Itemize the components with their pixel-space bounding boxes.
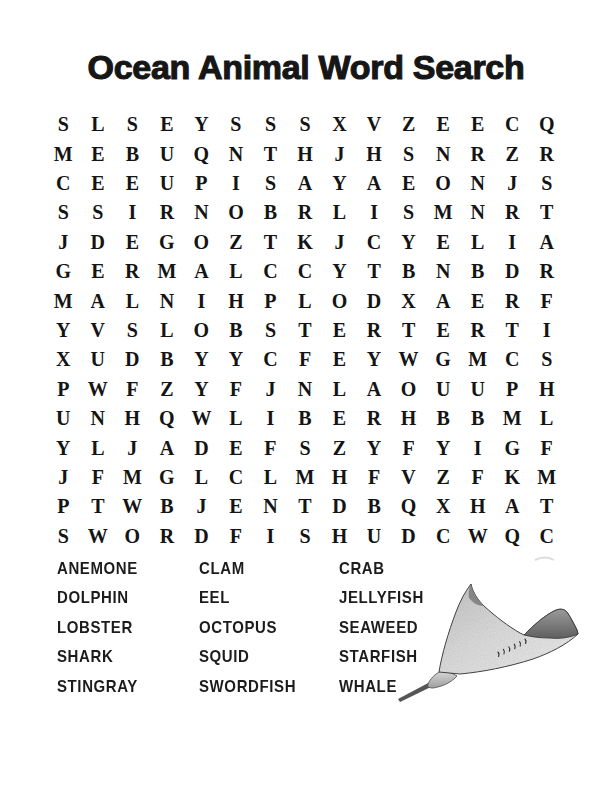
grid-cell[interactable]: T [253, 139, 288, 168]
grid-cell[interactable]: W [460, 522, 495, 551]
grid-cell[interactable]: M [150, 257, 185, 286]
grid-cell[interactable]: C [219, 463, 254, 492]
grid-cell[interactable]: J [184, 492, 219, 521]
grid-cell[interactable]: C [529, 522, 564, 551]
word-list-item: ANEMONE [57, 552, 199, 584]
grid-cell[interactable]: N [253, 492, 288, 521]
grid-cell[interactable]: A [426, 286, 461, 315]
grid-cell[interactable]: O [426, 169, 461, 198]
grid-cell[interactable]: S [529, 169, 564, 198]
grid-cell[interactable]: I [253, 522, 288, 551]
grid-cell[interactable]: I [495, 228, 530, 257]
page-title: Ocean Animal Word Search [0, 48, 612, 87]
grid-cell[interactable]: N [460, 198, 495, 227]
grid-cell[interactable]: V [357, 110, 392, 139]
grid-cell[interactable]: R [495, 198, 530, 227]
grid-cell[interactable]: F [460, 463, 495, 492]
grid-cell[interactable]: T [357, 257, 392, 286]
grid-cell[interactable]: S [288, 110, 323, 139]
grid-cell[interactable]: F [253, 433, 288, 462]
grid-cell[interactable]: Z [322, 433, 357, 462]
grid-cell[interactable]: H [115, 404, 150, 433]
grid-cell[interactable]: T [391, 316, 426, 345]
grid-cell[interactable]: P [46, 492, 81, 521]
grid-cell[interactable]: A [495, 492, 530, 521]
grid-cell[interactable]: R [357, 404, 392, 433]
grid-cell[interactable]: Y [357, 433, 392, 462]
grid-cell[interactable]: O [184, 316, 219, 345]
grid-cell[interactable]: Y [184, 110, 219, 139]
grid-cell[interactable]: A [150, 433, 185, 462]
grid-cell[interactable]: S [115, 110, 150, 139]
grid-cell[interactable]: J [46, 228, 81, 257]
grid-cell[interactable]: D [357, 286, 392, 315]
grid-cell[interactable]: E [426, 110, 461, 139]
grid-cell[interactable]: J [115, 433, 150, 462]
grid-cell[interactable]: H [357, 139, 392, 168]
grid-cell[interactable]: N [150, 286, 185, 315]
grid-cell[interactable]: W [184, 404, 219, 433]
grid-cell[interactable]: W [81, 375, 116, 404]
grid-cell[interactable]: B [115, 139, 150, 168]
grid-cell[interactable]: E [322, 345, 357, 374]
grid-cell[interactable]: O [391, 375, 426, 404]
grid-cell[interactable]: L [253, 463, 288, 492]
grid-cell[interactable]: E [426, 228, 461, 257]
grid-cell[interactable]: E [115, 228, 150, 257]
grid-cell[interactable]: L [322, 198, 357, 227]
grid-cell[interactable]: Z [391, 110, 426, 139]
grid-cell[interactable]: U [46, 404, 81, 433]
grid-cell[interactable]: Y [184, 375, 219, 404]
grid-cell[interactable]: Z [426, 463, 461, 492]
grid-cell[interactable]: O [115, 522, 150, 551]
grid-cell[interactable]: N [184, 198, 219, 227]
grid-cell[interactable]: D [391, 522, 426, 551]
grid-cell[interactable]: Y [322, 257, 357, 286]
grid-cell[interactable]: N [288, 375, 323, 404]
grid-cell[interactable]: L [219, 257, 254, 286]
grid-cell[interactable]: L [115, 286, 150, 315]
grid-cell[interactable]: B [219, 316, 254, 345]
grid-cell[interactable]: Z [219, 228, 254, 257]
grid-cell[interactable]: U [150, 169, 185, 198]
grid-cell[interactable]: I [529, 316, 564, 345]
grid-cell[interactable]: B [391, 257, 426, 286]
stipple-texture [385, 555, 612, 725]
grid-cell[interactable]: Q [391, 492, 426, 521]
grid-cell[interactable]: D [81, 228, 116, 257]
grid-cell[interactable]: I [253, 404, 288, 433]
grid-cell[interactable]: G [46, 257, 81, 286]
grid-cell[interactable]: S [115, 316, 150, 345]
grid-cell[interactable]: I [460, 433, 495, 462]
word-list-item: OCTOPUS [199, 610, 339, 642]
grid-cell[interactable]: C [46, 169, 81, 198]
grid-cell[interactable]: R [357, 316, 392, 345]
grid-cell[interactable]: S [391, 198, 426, 227]
grid-cell[interactable]: G [495, 433, 530, 462]
grid-cell[interactable]: Y [391, 228, 426, 257]
grid-cell[interactable]: Q [495, 522, 530, 551]
grid-cell[interactable]: E [81, 257, 116, 286]
grid-cell[interactable]: B [357, 492, 392, 521]
grid-cell[interactable]: F [529, 433, 564, 462]
worksheet-page: Ocean Animal Word Search SLSEYSSSXVZEECQ… [0, 0, 612, 792]
grid-cell[interactable]: B [460, 257, 495, 286]
grid-cell[interactable]: I [357, 198, 392, 227]
grid-cell[interactable]: J [495, 169, 530, 198]
grid-cell[interactable]: L [184, 463, 219, 492]
grid-cell[interactable]: H [322, 463, 357, 492]
grid-cell[interactable]: P [495, 375, 530, 404]
grid-cell[interactable]: Q [150, 404, 185, 433]
grid-cell[interactable]: D [495, 257, 530, 286]
grid-cell[interactable]: B [253, 198, 288, 227]
grid-cell[interactable]: X [46, 345, 81, 374]
grid-cell[interactable]: C [253, 345, 288, 374]
grid-cell[interactable]: T [288, 316, 323, 345]
grid-cell[interactable]: C [495, 345, 530, 374]
grid-cell[interactable]: H [288, 139, 323, 168]
grid-cell[interactable]: P [184, 169, 219, 198]
grid-cell[interactable]: I [115, 198, 150, 227]
grid-cell[interactable]: D [115, 345, 150, 374]
word-list-item: SHARK [57, 640, 199, 672]
grid-cell[interactable]: M [495, 404, 530, 433]
grid-cell[interactable]: B [426, 404, 461, 433]
word-list-item: SWORDFISH [199, 669, 339, 701]
grid-cell[interactable]: Q [529, 110, 564, 139]
grid-cell[interactable]: T [81, 492, 116, 521]
grid-cell[interactable]: G [426, 345, 461, 374]
grid-cell[interactable]: W [391, 345, 426, 374]
grid-cell[interactable]: R [460, 316, 495, 345]
grid-cell[interactable]: L [529, 404, 564, 433]
grid-cell[interactable]: U [81, 345, 116, 374]
grid-cell[interactable]: C [288, 257, 323, 286]
grid-cell[interactable]: O [219, 198, 254, 227]
grid-cell[interactable]: C [357, 228, 392, 257]
grid-cell[interactable]: P [253, 286, 288, 315]
grid-cell[interactable]: N [219, 139, 254, 168]
grid-cell[interactable]: S [46, 110, 81, 139]
grid-cell[interactable]: E [81, 139, 116, 168]
grid-cell[interactable]: E [115, 169, 150, 198]
grid-cell[interactable]: F [219, 375, 254, 404]
grid-cell[interactable]: Y [219, 345, 254, 374]
grid-cell[interactable]: R [115, 257, 150, 286]
grid-cell[interactable]: S [288, 522, 323, 551]
grid-cell[interactable]: N [426, 139, 461, 168]
smudge-mark [535, 558, 554, 561]
grid-cell[interactable]: L [81, 433, 116, 462]
grid-cell[interactable]: S [391, 139, 426, 168]
grid-cell[interactable]: O [322, 286, 357, 315]
grid-cell[interactable]: M [46, 139, 81, 168]
grid-cell[interactable]: N [460, 169, 495, 198]
grid-cell[interactable]: S [529, 345, 564, 374]
grid-cell[interactable]: R [288, 198, 323, 227]
grid-cell[interactable]: K [495, 463, 530, 492]
grid-cell[interactable]: C [495, 110, 530, 139]
grid-cell[interactable]: Q [184, 139, 219, 168]
grid-cell[interactable]: L [81, 110, 116, 139]
grid-cell[interactable]: T [495, 316, 530, 345]
word-list-item: EEL [199, 581, 339, 613]
grid-cell[interactable]: N [81, 404, 116, 433]
grid-cell[interactable]: H [460, 492, 495, 521]
grid-cell[interactable]: S [253, 110, 288, 139]
grid-cell[interactable]: D [184, 522, 219, 551]
grid-cell[interactable]: D [184, 433, 219, 462]
grid-cell[interactable]: K [288, 228, 323, 257]
grid-cell[interactable]: E [460, 110, 495, 139]
grid-cell[interactable]: Z [495, 139, 530, 168]
grid-cell[interactable]: R [495, 286, 530, 315]
grid-cell[interactable]: R [529, 257, 564, 286]
grid-cell[interactable]: E [322, 316, 357, 345]
grid-cell[interactable]: S [46, 198, 81, 227]
grid-cell[interactable]: A [529, 228, 564, 257]
grid-cell[interactable]: H [219, 286, 254, 315]
grid-cell[interactable]: Y [426, 433, 461, 462]
grid-cell[interactable]: E [219, 433, 254, 462]
grid-cell[interactable]: R [150, 198, 185, 227]
grid-cell[interactable]: C [426, 522, 461, 551]
grid-cell[interactable]: J [46, 463, 81, 492]
grid-cell[interactable]: T [529, 198, 564, 227]
grid-cell[interactable]: S [81, 198, 116, 227]
grid-cell[interactable]: I [184, 286, 219, 315]
word-search-grid: SLSEYSSSXVZEECQMEBUQNTHJHSNRZRCEEUPISAYA… [46, 110, 564, 551]
grid-cell[interactable]: R [150, 522, 185, 551]
grid-cell[interactable]: Y [46, 316, 81, 345]
grid-cell[interactable]: E [426, 316, 461, 345]
grid-cell[interactable]: M [460, 345, 495, 374]
grid-cell[interactable]: M [426, 198, 461, 227]
grid-cell[interactable]: J [253, 375, 288, 404]
grid-cell[interactable]: H [529, 375, 564, 404]
grid-cell[interactable]: A [357, 169, 392, 198]
grid-cell[interactable]: J [322, 228, 357, 257]
grid-cell[interactable]: F [288, 345, 323, 374]
stingray-illustration [385, 555, 612, 725]
grid-cell[interactable]: F [219, 522, 254, 551]
grid-cell[interactable]: N [426, 257, 461, 286]
grid-cell[interactable]: A [184, 257, 219, 286]
stingray-right-wing [524, 609, 578, 638]
grid-cell[interactable]: X [426, 492, 461, 521]
grid-cell[interactable]: L [219, 404, 254, 433]
grid-cell[interactable]: X [322, 110, 357, 139]
grid-cell[interactable]: M [46, 286, 81, 315]
grid-cell[interactable]: Y [46, 433, 81, 462]
grid-cell[interactable]: Z [150, 375, 185, 404]
grid-cell[interactable]: G [150, 463, 185, 492]
grid-cell[interactable]: L [150, 316, 185, 345]
grid-cell[interactable]: I [219, 169, 254, 198]
grid-cell[interactable]: E [81, 169, 116, 198]
grid-cell[interactable]: T [288, 492, 323, 521]
grid-cell[interactable]: V [391, 463, 426, 492]
grid-cell[interactable]: S [253, 316, 288, 345]
grid-cell[interactable]: F [357, 463, 392, 492]
word-list-item: DOLPHIN [57, 581, 199, 613]
grid-cell[interactable]: F [529, 286, 564, 315]
word-list-item: LOBSTER [57, 610, 199, 642]
grid-cell[interactable]: S [288, 433, 323, 462]
grid-cell[interactable]: S [46, 522, 81, 551]
grid-cell[interactable]: B [460, 404, 495, 433]
grid-cell[interactable]: E [322, 404, 357, 433]
grid-cell[interactable]: F [81, 463, 116, 492]
grid-cell[interactable]: M [529, 463, 564, 492]
grid-cell[interactable]: L [322, 375, 357, 404]
grid-cell[interactable]: Y [184, 345, 219, 374]
grid-cell[interactable]: U [426, 375, 461, 404]
grid-cell[interactable]: R [460, 139, 495, 168]
grid-cell[interactable]: A [81, 286, 116, 315]
grid-cell[interactable]: M [115, 463, 150, 492]
grid-cell[interactable]: E [460, 286, 495, 315]
grid-cell[interactable]: E [391, 169, 426, 198]
grid-cell[interactable]: P [46, 375, 81, 404]
grid-cell[interactable]: U [150, 139, 185, 168]
grid-cell[interactable]: G [150, 228, 185, 257]
grid-cell[interactable]: S [253, 169, 288, 198]
grid-cell[interactable]: T [529, 492, 564, 521]
grid-cell[interactable]: S [219, 110, 254, 139]
grid-cell[interactable]: B [288, 404, 323, 433]
grid-cell[interactable]: F [391, 433, 426, 462]
grid-cell[interactable]: A [288, 169, 323, 198]
grid-cell[interactable]: Y [322, 169, 357, 198]
word-list-item: SQUID [199, 640, 339, 672]
grid-cell[interactable]: H [391, 404, 426, 433]
grid-cell[interactable]: E [150, 110, 185, 139]
grid-cell[interactable]: M [288, 463, 323, 492]
grid-cell[interactable]: D [322, 492, 357, 521]
grid-cell[interactable]: R [529, 139, 564, 168]
grid-cell[interactable]: B [150, 492, 185, 521]
grid-cell[interactable]: J [322, 139, 357, 168]
grid-cell[interactable]: U [357, 522, 392, 551]
grid-cell[interactable]: T [253, 228, 288, 257]
grid-cell[interactable]: A [357, 375, 392, 404]
grid-cell[interactable]: O [184, 228, 219, 257]
grid-cell[interactable]: B [150, 345, 185, 374]
grid-cell[interactable]: X [391, 286, 426, 315]
grid-cell[interactable]: U [460, 375, 495, 404]
grid-cell[interactable]: W [81, 522, 116, 551]
grid-cell[interactable]: E [219, 492, 254, 521]
grid-cell[interactable]: C [253, 257, 288, 286]
grid-cell[interactable]: H [322, 522, 357, 551]
word-list-item: STINGRAY [57, 669, 199, 701]
word-list-item: CLAM [199, 552, 339, 584]
grid-cell[interactable]: L [460, 228, 495, 257]
grid-cell[interactable]: W [115, 492, 150, 521]
grid-cell[interactable]: V [81, 316, 116, 345]
grid-cell[interactable]: F [115, 375, 150, 404]
grid-cell[interactable]: L [288, 286, 323, 315]
grid-cell[interactable]: Y [357, 345, 392, 374]
